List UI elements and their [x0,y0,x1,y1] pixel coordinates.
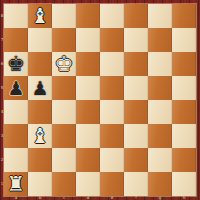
square-h4[interactable] [172,100,196,124]
square-e4[interactable] [100,100,124,124]
file-label-b: b [28,196,52,200]
square-a1[interactable]: ♜ [4,172,28,196]
square-a7[interactable] [4,28,28,52]
square-c7[interactable] [52,28,76,52]
file-label-f: f [124,196,148,200]
piece-white-king-c6[interactable]: ♚ [55,52,74,76]
square-h8[interactable] [172,4,196,28]
rank-label-4: 4 [0,110,4,114]
square-d4[interactable] [76,100,100,124]
square-b8[interactable]: ♝ [28,4,52,28]
square-e1[interactable] [100,172,124,196]
square-f8[interactable] [124,4,148,28]
square-b6[interactable] [28,52,52,76]
square-h3[interactable] [172,124,196,148]
square-e2[interactable] [100,148,124,172]
square-f7[interactable] [124,28,148,52]
square-f6[interactable] [124,52,148,76]
square-c5[interactable] [52,76,76,100]
square-a8[interactable] [4,4,28,28]
square-d1[interactable] [76,172,100,196]
square-e5[interactable] [100,76,124,100]
square-c1[interactable] [52,172,76,196]
square-e8[interactable] [100,4,124,28]
square-a5[interactable]: ♟ [4,76,28,100]
square-b4[interactable] [28,100,52,124]
square-g5[interactable] [148,76,172,100]
square-g1[interactable] [148,172,172,196]
file-label-a: a [4,196,28,200]
square-g3[interactable] [148,124,172,148]
square-e3[interactable] [100,124,124,148]
square-d5[interactable] [76,76,100,100]
square-h2[interactable] [172,148,196,172]
square-e6[interactable] [100,52,124,76]
piece-white-bishop-b3[interactable]: ♝ [31,124,50,148]
square-f3[interactable] [124,124,148,148]
square-g2[interactable] [148,148,172,172]
piece-white-rook-a1[interactable]: ♜ [7,172,26,196]
square-a2[interactable] [4,148,28,172]
rank-label-3: 3 [0,134,4,138]
square-a3[interactable] [4,124,28,148]
chess-board-frame: ♝♚♚♟♟♝♜ 87654321abcdefgh [0,0,200,200]
square-g4[interactable] [148,100,172,124]
file-label-h: h [172,196,196,200]
piece-black-pawn-b5[interactable]: ♟ [31,76,48,100]
square-g6[interactable] [148,52,172,76]
piece-black-pawn-a5[interactable]: ♟ [7,76,24,100]
square-b3[interactable]: ♝ [28,124,52,148]
rank-label-5: 5 [0,86,4,90]
square-c6[interactable]: ♚ [52,52,76,76]
square-f5[interactable] [124,76,148,100]
square-f2[interactable] [124,148,148,172]
square-g8[interactable] [148,4,172,28]
square-c3[interactable] [52,124,76,148]
rank-label-6: 6 [0,62,4,66]
rank-label-1: 1 [0,182,4,186]
square-b2[interactable] [28,148,52,172]
file-label-d: d [76,196,100,200]
file-label-c: c [52,196,76,200]
square-c2[interactable] [52,148,76,172]
square-g7[interactable] [148,28,172,52]
square-h7[interactable] [172,28,196,52]
square-c4[interactable] [52,100,76,124]
square-b7[interactable] [28,28,52,52]
square-h1[interactable] [172,172,196,196]
square-h5[interactable] [172,76,196,100]
rank-label-7: 7 [0,38,4,42]
square-a4[interactable] [4,100,28,124]
file-label-g: g [148,196,172,200]
square-a6[interactable]: ♚ [4,52,28,76]
piece-white-bishop-b8[interactable]: ♝ [31,4,50,28]
rank-label-8: 8 [0,14,4,18]
square-d6[interactable] [76,52,100,76]
file-label-e: e [100,196,124,200]
square-f4[interactable] [124,100,148,124]
square-b5[interactable]: ♟ [28,76,52,100]
square-c8[interactable] [52,4,76,28]
square-d2[interactable] [76,148,100,172]
square-b1[interactable] [28,172,52,196]
square-d7[interactable] [76,28,100,52]
chess-board: ♝♚♚♟♟♝♜ [4,4,196,196]
square-d3[interactable] [76,124,100,148]
square-f1[interactable] [124,172,148,196]
square-e7[interactable] [100,28,124,52]
piece-black-king-a6[interactable]: ♚ [7,52,26,76]
square-h6[interactable] [172,52,196,76]
rank-label-2: 2 [0,158,4,162]
square-d8[interactable] [76,4,100,28]
